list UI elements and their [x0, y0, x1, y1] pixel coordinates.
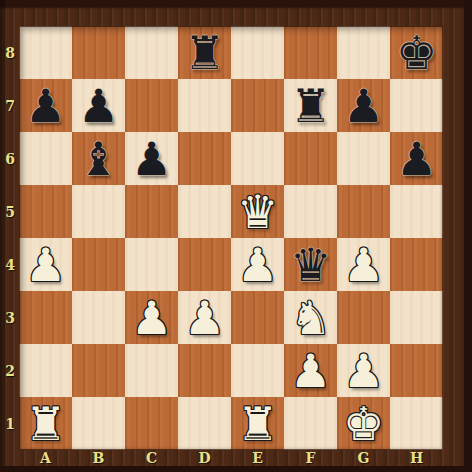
square-f4[interactable]: ♛	[284, 238, 337, 291]
piece-black-pawn-h6[interactable]: ♟	[390, 132, 443, 185]
square-g3[interactable]	[337, 291, 390, 344]
piece-white-pawn-g4[interactable]: ♟	[337, 238, 390, 291]
square-e2[interactable]	[231, 344, 284, 397]
square-d3[interactable]: ♟	[178, 291, 231, 344]
file-label-f: F	[284, 449, 337, 467]
piece-black-queen-f4[interactable]: ♛	[284, 238, 337, 291]
square-b5[interactable]	[72, 185, 125, 238]
square-g2[interactable]: ♟	[337, 344, 390, 397]
square-h1[interactable]	[390, 397, 443, 450]
piece-black-king-h8[interactable]: ♚	[390, 26, 443, 79]
square-e3[interactable]	[231, 291, 284, 344]
square-c2[interactable]	[125, 344, 178, 397]
piece-white-pawn-f2[interactable]: ♟	[284, 344, 337, 397]
square-h2[interactable]	[390, 344, 443, 397]
square-d5[interactable]	[178, 185, 231, 238]
piece-white-rook-e1[interactable]: ♜	[231, 397, 284, 450]
square-h4[interactable]	[390, 238, 443, 291]
file-label-e: E	[231, 449, 284, 467]
square-e6[interactable]	[231, 132, 284, 185]
square-a7[interactable]: ♟	[19, 79, 72, 132]
piece-black-pawn-b7[interactable]: ♟	[72, 79, 125, 132]
square-a2[interactable]	[19, 344, 72, 397]
square-d4[interactable]	[178, 238, 231, 291]
square-b7[interactable]: ♟	[72, 79, 125, 132]
rank-label-8: 8	[2, 26, 18, 79]
square-a5[interactable]	[19, 185, 72, 238]
piece-black-pawn-a7[interactable]: ♟	[19, 79, 72, 132]
piece-black-bishop-b6[interactable]: ♝	[72, 132, 125, 185]
square-h6[interactable]: ♟	[390, 132, 443, 185]
square-b6[interactable]: ♝	[72, 132, 125, 185]
piece-white-king-g1[interactable]: ♚	[337, 397, 390, 450]
square-e1[interactable]: ♜	[231, 397, 284, 450]
square-e4[interactable]: ♟	[231, 238, 284, 291]
chess-board: ♜♚♟♟♜♟♝♟♟♛♟♟♛♟♟♟♞♟♟♜♜♚	[19, 26, 443, 450]
rank-label-3: 3	[2, 291, 18, 344]
file-label-d: D	[178, 449, 231, 467]
square-a6[interactable]	[19, 132, 72, 185]
rank-label-7: 7	[2, 79, 18, 132]
board-frame: ♜♚♟♟♜♟♝♟♟♛♟♟♛♟♟♟♞♟♟♜♜♚ 87654321 ABCDEFGH	[0, 0, 472, 472]
file-label-b: B	[72, 449, 125, 467]
piece-white-pawn-a4[interactable]: ♟	[19, 238, 72, 291]
square-h3[interactable]	[390, 291, 443, 344]
square-e8[interactable]	[231, 26, 284, 79]
square-d2[interactable]	[178, 344, 231, 397]
frame-edge-right	[464, 0, 472, 472]
square-d8[interactable]: ♜	[178, 26, 231, 79]
file-label-c: C	[125, 449, 178, 467]
piece-white-pawn-e4[interactable]: ♟	[231, 238, 284, 291]
square-f2[interactable]: ♟	[284, 344, 337, 397]
square-g8[interactable]	[337, 26, 390, 79]
square-a3[interactable]	[19, 291, 72, 344]
piece-white-pawn-c3[interactable]: ♟	[125, 291, 178, 344]
square-b4[interactable]	[72, 238, 125, 291]
piece-white-queen-e5[interactable]: ♛	[231, 185, 284, 238]
square-c4[interactable]	[125, 238, 178, 291]
square-g5[interactable]	[337, 185, 390, 238]
piece-black-pawn-g7[interactable]: ♟	[337, 79, 390, 132]
rank-label-6: 6	[2, 132, 18, 185]
square-b2[interactable]	[72, 344, 125, 397]
square-a1[interactable]: ♜	[19, 397, 72, 450]
piece-white-knight-f3[interactable]: ♞	[284, 291, 337, 344]
rank-label-1: 1	[2, 397, 18, 450]
piece-white-pawn-d3[interactable]: ♟	[178, 291, 231, 344]
square-b3[interactable]	[72, 291, 125, 344]
square-b8[interactable]	[72, 26, 125, 79]
square-g1[interactable]: ♚	[337, 397, 390, 450]
square-g7[interactable]: ♟	[337, 79, 390, 132]
square-h7[interactable]	[390, 79, 443, 132]
piece-black-rook-d8[interactable]: ♜	[178, 26, 231, 79]
frame-edge-top	[0, 0, 472, 7]
square-b1[interactable]	[72, 397, 125, 450]
square-h8[interactable]: ♚	[390, 26, 443, 79]
piece-white-pawn-g2[interactable]: ♟	[337, 344, 390, 397]
square-g4[interactable]: ♟	[337, 238, 390, 291]
square-c8[interactable]	[125, 26, 178, 79]
square-c6[interactable]: ♟	[125, 132, 178, 185]
rank-label-5: 5	[2, 185, 18, 238]
piece-white-rook-a1[interactable]: ♜	[19, 397, 72, 450]
square-f8[interactable]	[284, 26, 337, 79]
rank-label-4: 4	[2, 238, 18, 291]
square-e5[interactable]: ♛	[231, 185, 284, 238]
square-f1[interactable]	[284, 397, 337, 450]
file-label-h: H	[390, 449, 443, 467]
square-c3[interactable]: ♟	[125, 291, 178, 344]
square-c5[interactable]	[125, 185, 178, 238]
square-a8[interactable]	[19, 26, 72, 79]
file-label-g: G	[337, 449, 390, 467]
square-f5[interactable]	[284, 185, 337, 238]
square-c1[interactable]	[125, 397, 178, 450]
piece-black-rook-f7[interactable]: ♜	[284, 79, 337, 132]
piece-black-pawn-c6[interactable]: ♟	[125, 132, 178, 185]
file-label-a: A	[19, 449, 72, 467]
square-h5[interactable]	[390, 185, 443, 238]
rank-label-2: 2	[2, 344, 18, 397]
square-a4[interactable]: ♟	[19, 238, 72, 291]
square-e7[interactable]	[231, 79, 284, 132]
square-d6[interactable]	[178, 132, 231, 185]
square-f6[interactable]	[284, 132, 337, 185]
square-f3[interactable]: ♞	[284, 291, 337, 344]
square-d1[interactable]	[178, 397, 231, 450]
square-d7[interactable]	[178, 79, 231, 132]
square-g6[interactable]	[337, 132, 390, 185]
square-f7[interactable]: ♜	[284, 79, 337, 132]
square-c7[interactable]	[125, 79, 178, 132]
